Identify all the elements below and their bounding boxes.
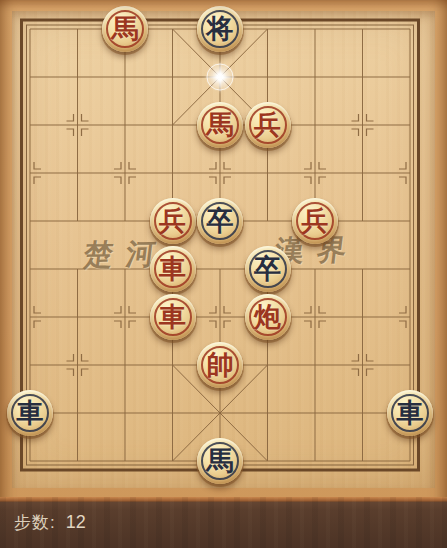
board-intersection[interactable]	[339, 53, 387, 101]
board-intersection[interactable]	[386, 341, 434, 389]
board-intersection[interactable]: 将	[196, 5, 244, 53]
board-intersection[interactable]	[54, 53, 102, 101]
board-intersection[interactable]	[196, 149, 244, 197]
piece-red-general[interactable]: 帥	[197, 342, 243, 388]
piece-red-soldier[interactable]: 兵	[292, 198, 338, 244]
board-intersection[interactable]	[101, 53, 149, 101]
piece-character: 帥	[207, 351, 234, 379]
board-intersection[interactable]: 車	[149, 245, 197, 293]
board-intersection[interactable]	[54, 437, 102, 485]
board-intersection[interactable]	[6, 245, 54, 293]
piece-character: 車	[159, 303, 186, 331]
board-intersection[interactable]: 馬	[196, 101, 244, 149]
piece-red-soldier[interactable]: 兵	[150, 198, 196, 244]
piece-black-chariot[interactable]: 車	[387, 390, 433, 436]
board-intersection[interactable]	[6, 53, 54, 101]
board-intersection[interactable]	[54, 5, 102, 53]
board-intersection[interactable]	[339, 293, 387, 341]
board-intersection[interactable]: 卒	[196, 197, 244, 245]
board-intersection[interactable]	[196, 53, 244, 101]
board-intersection[interactable]	[386, 149, 434, 197]
last-move-sparkle	[200, 57, 240, 97]
board-intersection[interactable]	[291, 245, 339, 293]
piece-red-cannon[interactable]: 炮	[245, 294, 291, 340]
board-intersection[interactable]	[54, 245, 102, 293]
board-intersection[interactable]: 馬	[196, 437, 244, 485]
board-intersection[interactable]	[196, 293, 244, 341]
piece-character: 車	[397, 399, 424, 427]
board-intersection[interactable]: 馬	[101, 5, 149, 53]
board-intersection[interactable]	[339, 101, 387, 149]
board-intersection[interactable]	[244, 197, 292, 245]
board-intersection[interactable]	[291, 341, 339, 389]
piece-character: 馬	[207, 111, 234, 139]
board-intersection[interactable]	[54, 101, 102, 149]
piece-character: 車	[17, 399, 44, 427]
board-intersection[interactable]	[386, 101, 434, 149]
board-intersection[interactable]	[101, 293, 149, 341]
board-intersection[interactable]	[6, 197, 54, 245]
board-intersection[interactable]	[196, 389, 244, 437]
board-intersection[interactable]: 車	[149, 293, 197, 341]
board-intersection[interactable]	[6, 341, 54, 389]
board-intersection[interactable]	[54, 341, 102, 389]
board-intersection[interactable]	[54, 389, 102, 437]
board-intersection[interactable]	[54, 293, 102, 341]
piece-black-chariot[interactable]: 車	[7, 390, 53, 436]
board-intersection[interactable]: 車	[6, 389, 54, 437]
board-intersection[interactable]	[149, 149, 197, 197]
board-intersection[interactable]	[386, 5, 434, 53]
board-intersection[interactable]	[149, 437, 197, 485]
board-intersection[interactable]	[244, 389, 292, 437]
piece-black-soldier[interactable]: 卒	[245, 246, 291, 292]
piece-red-chariot[interactable]: 車	[150, 294, 196, 340]
board-intersection[interactable]	[101, 437, 149, 485]
sparkle-ring	[207, 64, 234, 91]
board-intersection[interactable]: 炮	[244, 293, 292, 341]
piece-black-general[interactable]: 将	[197, 6, 243, 52]
board-intersection[interactable]	[54, 197, 102, 245]
board-intersection[interactable]	[291, 293, 339, 341]
board-intersection[interactable]	[6, 437, 54, 485]
board-intersection[interactable]	[339, 5, 387, 53]
board-intersection[interactable]	[149, 5, 197, 53]
piece-character: 兵	[302, 207, 329, 235]
board-intersection[interactable]	[339, 245, 387, 293]
board-intersection[interactable]: 兵	[149, 197, 197, 245]
board-intersection[interactable]	[339, 149, 387, 197]
piece-red-soldier[interactable]: 兵	[245, 102, 291, 148]
sparkle-ray	[203, 76, 237, 78]
piece-character: 卒	[254, 255, 281, 283]
board-intersection[interactable]	[6, 101, 54, 149]
move-count-value: 12	[66, 512, 86, 533]
board-intersection[interactable]	[101, 341, 149, 389]
board-intersection[interactable]	[244, 5, 292, 53]
piece-character: 兵	[159, 207, 186, 235]
piece-character: 炮	[254, 303, 281, 331]
board-intersection[interactable]	[149, 389, 197, 437]
board-intersection[interactable]	[386, 53, 434, 101]
board-intersection[interactable]: 兵	[291, 197, 339, 245]
piece-black-horse[interactable]: 馬	[197, 438, 243, 484]
board-intersection[interactable]	[101, 101, 149, 149]
board-intersection[interactable]	[291, 101, 339, 149]
board-intersection[interactable]	[101, 389, 149, 437]
board-intersection[interactable]	[196, 245, 244, 293]
board-intersection[interactable]	[291, 149, 339, 197]
piece-character: 兵	[254, 111, 281, 139]
piece-red-horse[interactable]: 馬	[102, 6, 148, 52]
board-intersection[interactable]: 車	[386, 389, 434, 437]
board-intersection[interactable]	[244, 149, 292, 197]
piece-character: 将	[207, 15, 234, 43]
board-intersection[interactable]	[244, 341, 292, 389]
board-intersection[interactable]	[6, 293, 54, 341]
board-intersection[interactable]	[386, 197, 434, 245]
piece-black-soldier[interactable]: 卒	[197, 198, 243, 244]
board-intersection[interactable]	[291, 389, 339, 437]
status-bar: 步数: 12	[0, 497, 447, 548]
board-intersection[interactable]	[149, 101, 197, 149]
board-intersection[interactable]	[6, 5, 54, 53]
board-intersection[interactable]	[291, 5, 339, 53]
piece-character: 卒	[207, 207, 234, 235]
xiangqi-app: 楚河 漢界 馬将馬兵兵卒兵車卒車炮帥車車馬 步数: 12	[0, 0, 447, 548]
board-intersection[interactable]	[339, 341, 387, 389]
board-intersection[interactable]	[6, 149, 54, 197]
board-intersection[interactable]	[101, 245, 149, 293]
piece-character: 馬	[112, 15, 139, 43]
board-intersection[interactable]: 卒	[244, 245, 292, 293]
sparkle-ray	[219, 60, 221, 94]
board-intersection[interactable]	[244, 437, 292, 485]
piece-character: 車	[159, 255, 186, 283]
board-intersection[interactable]	[291, 53, 339, 101]
board-intersection[interactable]	[386, 293, 434, 341]
board-intersection[interactable]	[149, 53, 197, 101]
piece-red-horse[interactable]: 馬	[197, 102, 243, 148]
board-intersection[interactable]: 帥	[196, 341, 244, 389]
board-intersection[interactable]	[386, 437, 434, 485]
board-intersection[interactable]	[101, 197, 149, 245]
board-intersection[interactable]	[101, 149, 149, 197]
board-intersection[interactable]: 兵	[244, 101, 292, 149]
board-intersection[interactable]	[339, 437, 387, 485]
board-intersection[interactable]	[386, 245, 434, 293]
board-intersection[interactable]	[291, 437, 339, 485]
board-intersection[interactable]	[244, 53, 292, 101]
board-intersection[interactable]	[339, 389, 387, 437]
board-intersection[interactable]	[54, 149, 102, 197]
board-grid-cells: 馬将馬兵兵卒兵車卒車炮帥車車馬	[6, 5, 434, 485]
sparkle-core	[200, 57, 240, 97]
board-intersection[interactable]	[149, 341, 197, 389]
piece-character: 馬	[207, 447, 234, 475]
move-count-label: 步数:	[14, 511, 56, 534]
piece-red-chariot[interactable]: 車	[150, 246, 196, 292]
board-intersection[interactable]	[339, 197, 387, 245]
